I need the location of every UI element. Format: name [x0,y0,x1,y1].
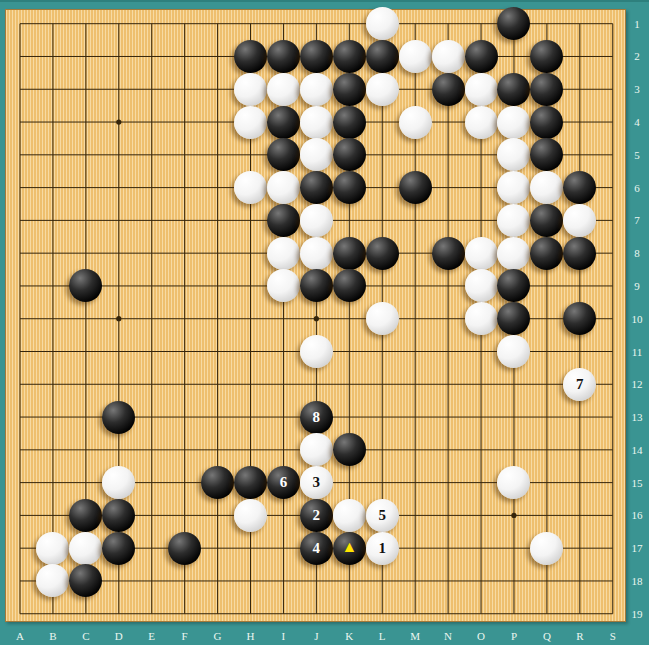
row-label-16: 16 [632,509,643,521]
row-label-15: 15 [632,477,643,489]
move-number-5: 5 [378,508,386,523]
stone-black-H2[interactable] [234,40,267,73]
stone-black-O2[interactable] [465,40,498,73]
move-number-2: 2 [313,508,321,523]
move-number-3: 3 [313,475,321,490]
col-label-L: L [379,630,386,642]
move-number-8: 8 [313,410,321,425]
col-label-E: E [148,630,155,642]
stone-white-J4[interactable] [300,106,333,139]
move-number-7: 7 [576,377,584,392]
col-label-P: P [511,630,517,642]
stone-white-C17[interactable] [69,532,102,565]
stone-white-I3[interactable] [267,73,300,106]
stone-white-N2[interactable] [432,40,465,73]
col-label-M: M [410,630,420,642]
stone-black-N8[interactable] [432,237,465,270]
stone-white-O8[interactable] [465,237,498,270]
stone-black-P3[interactable] [497,73,530,106]
col-label-B: B [49,630,56,642]
stone-black-M6[interactable] [399,171,432,204]
stone-black-I7[interactable] [267,204,300,237]
row-label-10: 10 [632,313,643,325]
stone-black-D17[interactable] [102,532,135,565]
row-label-1: 1 [634,18,640,30]
row-label-2: 2 [634,50,640,62]
col-label-D: D [115,630,123,642]
stone-black-I2[interactable] [267,40,300,73]
stone-black-K2[interactable] [333,40,366,73]
move-number-1: 1 [378,541,386,556]
stone-white-H6[interactable] [234,171,267,204]
stone-white-R7[interactable] [563,204,596,237]
stone-black-Q8[interactable] [530,237,563,270]
col-label-C: C [82,630,89,642]
col-label-K: K [345,630,353,642]
stone-white-L3[interactable] [366,73,399,106]
stone-black-J6[interactable] [300,171,333,204]
stone-white-L16[interactable]: 5 [366,499,399,532]
row-label-12: 12 [632,378,643,390]
stone-black-K6[interactable] [333,171,366,204]
stone-black-J13[interactable]: 8 [300,401,333,434]
col-label-O: O [477,630,485,642]
stone-white-I8[interactable] [267,237,300,270]
row-label-8: 8 [634,247,640,259]
row-label-19: 19 [632,608,643,620]
row-label-5: 5 [634,149,640,161]
stone-white-O4[interactable] [465,106,498,139]
stone-white-Q17[interactable] [530,532,563,565]
stone-white-L17[interactable]: 1 [366,532,399,565]
triangle-marker-icon: ▲ [341,539,357,555]
col-label-F: F [182,630,188,642]
stone-white-M4[interactable] [399,106,432,139]
stone-white-B17[interactable] [36,532,69,565]
stone-black-K14[interactable] [333,433,366,466]
stone-white-K16[interactable] [333,499,366,532]
row-label-6: 6 [634,182,640,194]
stone-black-K3[interactable] [333,73,366,106]
stone-black-I15[interactable]: 6 [267,466,300,499]
col-label-N: N [444,630,452,642]
stone-black-Q4[interactable] [530,106,563,139]
col-label-H: H [247,630,255,642]
stone-black-G15[interactable] [201,466,234,499]
stone-white-J11[interactable] [300,335,333,368]
row-label-3: 3 [634,83,640,95]
move-number-4: 4 [313,541,321,556]
col-label-R: R [576,630,583,642]
stone-white-O10[interactable] [465,302,498,335]
stone-black-L2[interactable] [366,40,399,73]
stone-black-K4[interactable] [333,106,366,139]
stone-white-H3[interactable] [234,73,267,106]
row-label-4: 4 [634,116,640,128]
row-label-17: 17 [632,542,643,554]
stone-black-L8[interactable] [366,237,399,270]
col-label-I: I [282,630,286,642]
stone-white-O9[interactable] [465,269,498,302]
stone-white-J3[interactable] [300,73,333,106]
stone-white-J15[interactable]: 3 [300,466,333,499]
col-label-J: J [314,630,318,642]
stone-white-L1[interactable] [366,7,399,40]
stone-black-K17[interactable]: ▲ [333,532,366,565]
stone-white-L10[interactable] [366,302,399,335]
stone-black-D16[interactable] [102,499,135,532]
stone-white-M2[interactable] [399,40,432,73]
stone-black-J16[interactable]: 2 [300,499,333,532]
move-number-6: 6 [280,475,288,490]
row-label-18: 18 [632,575,643,587]
col-label-S: S [610,630,616,642]
stone-black-J17[interactable]: 4 [300,532,333,565]
stone-white-I6[interactable] [267,171,300,204]
stone-black-D13[interactable] [102,401,135,434]
stone-white-H16[interactable] [234,499,267,532]
stone-black-I4[interactable] [267,106,300,139]
stone-white-O3[interactable] [465,73,498,106]
stone-black-Q3[interactable] [530,73,563,106]
stone-black-F17[interactable] [168,532,201,565]
row-label-7: 7 [634,214,640,226]
stone-black-K8[interactable] [333,237,366,270]
stone-black-J2[interactable] [300,40,333,73]
row-label-11: 11 [632,346,643,358]
stone-black-K5[interactable] [333,138,366,171]
stone-black-R8[interactable] [563,237,596,270]
stone-white-R12[interactable]: 7 [563,368,596,401]
stone-white-J14[interactable] [300,433,333,466]
stone-white-H4[interactable] [234,106,267,139]
stone-white-J7[interactable] [300,204,333,237]
stone-white-J8[interactable] [300,237,333,270]
row-label-13: 13 [632,411,643,423]
row-label-14: 14 [632,444,643,456]
col-label-Q: Q [543,630,551,642]
stone-black-N3[interactable] [432,73,465,106]
col-label-A: A [16,630,24,642]
stone-white-P8[interactable] [497,237,530,270]
stone-white-J5[interactable] [300,138,333,171]
go-board-screen: 7863254▲1 ABCDEFGHIJKLMNOPQRS12345678910… [0,0,649,645]
stone-black-H15[interactable] [234,466,267,499]
col-label-G: G [214,630,222,642]
row-label-9: 9 [634,280,640,292]
stone-white-P4[interactable] [497,106,530,139]
